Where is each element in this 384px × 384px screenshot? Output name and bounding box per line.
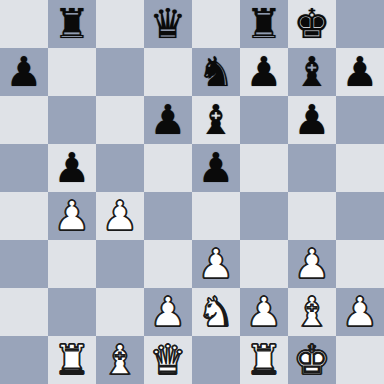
square-f2[interactable]: ♟ <box>240 288 288 336</box>
piece-black-pawn[interactable]: ♟ <box>192 144 240 192</box>
square-d5[interactable] <box>144 144 192 192</box>
square-g7[interactable]: ♝ <box>288 48 336 96</box>
square-a6[interactable] <box>0 96 48 144</box>
square-h6[interactable] <box>336 96 384 144</box>
square-f5[interactable] <box>240 144 288 192</box>
square-f1[interactable]: ♜ <box>240 336 288 384</box>
square-b4[interactable]: ♟ <box>48 192 96 240</box>
square-a3[interactable] <box>0 240 48 288</box>
chess-board: ♜♛♜♚♟♞♟♝♟♟♝♟♟♟♟♟♟♟♟♞♟♝♟♜♝♛♜♚ <box>0 0 384 384</box>
piece-white-rook[interactable]: ♜ <box>48 336 96 384</box>
square-f4[interactable] <box>240 192 288 240</box>
square-b5[interactable]: ♟ <box>48 144 96 192</box>
square-b3[interactable] <box>48 240 96 288</box>
square-a4[interactable] <box>0 192 48 240</box>
square-a8[interactable] <box>0 0 48 48</box>
square-b6[interactable] <box>48 96 96 144</box>
square-a5[interactable] <box>0 144 48 192</box>
piece-black-knight[interactable]: ♞ <box>192 48 240 96</box>
piece-black-pawn[interactable]: ♟ <box>288 96 336 144</box>
square-a2[interactable] <box>0 288 48 336</box>
square-e3[interactable]: ♟ <box>192 240 240 288</box>
square-g6[interactable]: ♟ <box>288 96 336 144</box>
square-d2[interactable]: ♟ <box>144 288 192 336</box>
square-e4[interactable] <box>192 192 240 240</box>
piece-black-queen[interactable]: ♛ <box>144 0 192 48</box>
square-f6[interactable] <box>240 96 288 144</box>
piece-black-pawn[interactable]: ♟ <box>0 48 48 96</box>
square-d6[interactable]: ♟ <box>144 96 192 144</box>
piece-white-pawn[interactable]: ♟ <box>192 240 240 288</box>
piece-white-pawn[interactable]: ♟ <box>336 288 384 336</box>
piece-black-pawn[interactable]: ♟ <box>144 96 192 144</box>
square-f8[interactable]: ♜ <box>240 0 288 48</box>
square-g2[interactable]: ♝ <box>288 288 336 336</box>
square-d8[interactable]: ♛ <box>144 0 192 48</box>
piece-black-bishop[interactable]: ♝ <box>288 48 336 96</box>
piece-white-pawn[interactable]: ♟ <box>96 192 144 240</box>
square-h1[interactable] <box>336 336 384 384</box>
square-h4[interactable] <box>336 192 384 240</box>
square-a7[interactable]: ♟ <box>0 48 48 96</box>
square-b7[interactable] <box>48 48 96 96</box>
piece-white-bishop[interactable]: ♝ <box>288 288 336 336</box>
square-b8[interactable]: ♜ <box>48 0 96 48</box>
piece-black-rook[interactable]: ♜ <box>240 0 288 48</box>
piece-black-bishop[interactable]: ♝ <box>192 96 240 144</box>
piece-black-pawn[interactable]: ♟ <box>240 48 288 96</box>
square-c6[interactable] <box>96 96 144 144</box>
piece-black-pawn[interactable]: ♟ <box>48 144 96 192</box>
square-e8[interactable] <box>192 0 240 48</box>
piece-white-knight[interactable]: ♞ <box>192 288 240 336</box>
square-e1[interactable] <box>192 336 240 384</box>
square-d3[interactable] <box>144 240 192 288</box>
square-h3[interactable] <box>336 240 384 288</box>
piece-white-pawn[interactable]: ♟ <box>240 288 288 336</box>
square-d7[interactable] <box>144 48 192 96</box>
square-e7[interactable]: ♞ <box>192 48 240 96</box>
piece-white-pawn[interactable]: ♟ <box>48 192 96 240</box>
piece-white-king[interactable]: ♚ <box>288 336 336 384</box>
piece-white-queen[interactable]: ♛ <box>144 336 192 384</box>
square-b2[interactable] <box>48 288 96 336</box>
piece-white-pawn[interactable]: ♟ <box>288 240 336 288</box>
piece-white-rook[interactable]: ♜ <box>240 336 288 384</box>
square-h2[interactable]: ♟ <box>336 288 384 336</box>
square-d4[interactable] <box>144 192 192 240</box>
piece-black-rook[interactable]: ♜ <box>48 0 96 48</box>
square-g4[interactable] <box>288 192 336 240</box>
square-c8[interactable] <box>96 0 144 48</box>
square-f7[interactable]: ♟ <box>240 48 288 96</box>
square-h5[interactable] <box>336 144 384 192</box>
piece-white-bishop[interactable]: ♝ <box>96 336 144 384</box>
square-c5[interactable] <box>96 144 144 192</box>
square-c4[interactable]: ♟ <box>96 192 144 240</box>
square-c7[interactable] <box>96 48 144 96</box>
piece-black-king[interactable]: ♚ <box>288 0 336 48</box>
square-g3[interactable]: ♟ <box>288 240 336 288</box>
square-e5[interactable]: ♟ <box>192 144 240 192</box>
square-c3[interactable] <box>96 240 144 288</box>
square-g1[interactable]: ♚ <box>288 336 336 384</box>
square-a1[interactable] <box>0 336 48 384</box>
square-c2[interactable] <box>96 288 144 336</box>
square-f3[interactable] <box>240 240 288 288</box>
square-e2[interactable]: ♞ <box>192 288 240 336</box>
square-h7[interactable]: ♟ <box>336 48 384 96</box>
square-h8[interactable] <box>336 0 384 48</box>
square-d1[interactable]: ♛ <box>144 336 192 384</box>
square-e6[interactable]: ♝ <box>192 96 240 144</box>
piece-white-pawn[interactable]: ♟ <box>144 288 192 336</box>
square-c1[interactable]: ♝ <box>96 336 144 384</box>
square-g8[interactable]: ♚ <box>288 0 336 48</box>
square-g5[interactable] <box>288 144 336 192</box>
square-b1[interactable]: ♜ <box>48 336 96 384</box>
piece-black-pawn[interactable]: ♟ <box>336 48 384 96</box>
